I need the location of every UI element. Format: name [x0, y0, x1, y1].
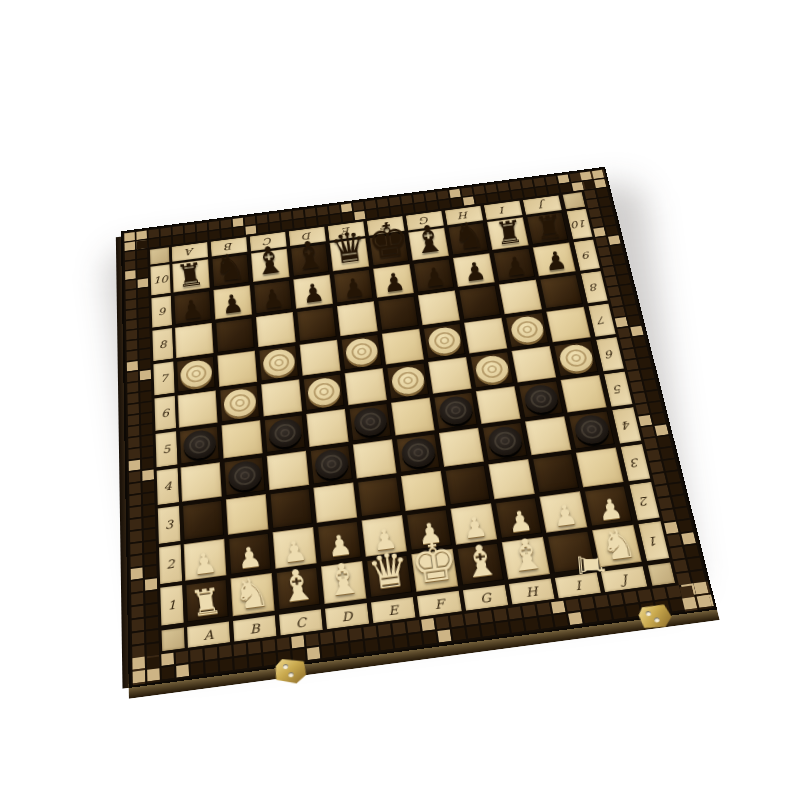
mosaic-frame-tile: [664, 522, 679, 534]
square-b6[interactable]: [219, 385, 259, 422]
mosaic-frame-tile: [521, 179, 533, 188]
square-g5[interactable]: [433, 392, 477, 430]
square-g3[interactable]: [445, 465, 491, 505]
mosaic-frame-tile: [138, 298, 149, 308]
mosaic-frame-tile: [143, 481, 155, 493]
black-king[interactable]: ♚: [365, 216, 411, 265]
mosaic-frame-tile: [131, 593, 143, 606]
mosaic-frame-tile: [652, 587, 667, 600]
white-bishop[interactable]: ♝: [321, 558, 364, 603]
mosaic-frame-tile: [660, 448, 674, 460]
mosaic-frame-tile: [452, 627, 466, 640]
white-knight[interactable]: ♞: [598, 523, 639, 566]
mosaic-frame-tile: [628, 315, 641, 325]
light-checker[interactable]: [262, 347, 295, 377]
square-c8[interactable]: [256, 312, 296, 347]
mosaic-frame-tile: [510, 620, 524, 633]
mosaic-frame-tile: [551, 601, 566, 614]
mosaic-frame-tile: [137, 240, 148, 249]
mosaic-frame-tile: [146, 617, 159, 630]
mosaic-frame-tile: [245, 216, 256, 225]
mosaic-frame-tile: [415, 203, 427, 212]
square-g9[interactable]: ♟: [413, 259, 454, 293]
square-i5[interactable]: [518, 381, 563, 419]
square-b10[interactable]: ♞: [212, 254, 250, 287]
square-e6[interactable]: [345, 368, 387, 405]
mosaic-frame-tile: [644, 438, 658, 450]
square-f6[interactable]: [386, 363, 429, 400]
rank-label-left-6: 6: [154, 396, 176, 431]
mosaic-frame-tile: [523, 188, 535, 197]
mosaic-frame-tile: [330, 214, 341, 223]
square-b8[interactable]: [215, 317, 254, 352]
square-d7[interactable]: [300, 340, 341, 376]
mosaic-frame-tile: [449, 189, 461, 198]
square-f4[interactable]: [396, 434, 440, 473]
square-a3[interactable]: [182, 500, 224, 541]
mosaic-frame-tile: [610, 245, 623, 255]
square-d9[interactable]: ♟: [293, 275, 333, 309]
rank-label-right-4: 4: [612, 407, 641, 443]
black-pawn[interactable]: ♟: [220, 291, 245, 317]
mosaic-frame-tile: [139, 328, 150, 338]
rank-label-right-3: 3: [621, 444, 651, 481]
square-j4[interactable]: [568, 411, 615, 450]
mosaic-frame-tile: [609, 593, 624, 606]
mosaic-frame-tile: [125, 280, 136, 290]
square-e3[interactable]: [357, 477, 401, 517]
white-pawn[interactable]: ♟: [551, 501, 579, 530]
mosaic-frame-tile: [547, 185, 559, 194]
mosaic-frame-tile: [221, 219, 232, 228]
mosaic-frame-tile: [317, 206, 328, 215]
mosaic-frame-tile: [598, 247, 611, 257]
square-j5[interactable]: [561, 375, 607, 413]
square-g4[interactable]: [439, 428, 484, 467]
square-c4[interactable]: [267, 451, 309, 490]
mosaic-frame-tile: [463, 196, 475, 205]
rank-label-left-3: 3: [158, 506, 181, 544]
light-checker[interactable]: [509, 314, 545, 344]
rank-label-left-2: 2: [159, 545, 182, 585]
mosaic-frame-tile: [378, 624, 392, 637]
square-h1[interactable]: ♝: [502, 537, 550, 580]
square-f7[interactable]: [382, 329, 424, 365]
mosaic-frame-tile: [363, 626, 377, 639]
mosaic-frame-tile: [545, 176, 557, 185]
square-f9[interactable]: ♟: [373, 264, 414, 298]
square-c9[interactable]: ♟: [253, 280, 292, 314]
dark-checker[interactable]: [400, 436, 437, 468]
file-label-bottom-a: A: [187, 621, 230, 647]
mosaic-frame-tile: [638, 589, 653, 602]
mosaic-frame-tile: [125, 270, 136, 280]
mosaic-frame-tile: [143, 493, 155, 505]
mosaic-frame-tile: [591, 218, 604, 228]
light-checker[interactable]: [390, 365, 426, 396]
square-f10[interactable]: ♚: [369, 233, 409, 266]
mosaic-frame-tile: [464, 612, 478, 625]
square-h4[interactable]: [482, 422, 528, 461]
mosaic-frame-tile: [145, 591, 157, 604]
mosaic-frame-tile: [130, 555, 142, 567]
rank-label-left-8: 8: [152, 328, 173, 361]
mosaic-frame-tile: [615, 265, 628, 275]
mosaic-frame-tile: [138, 278, 149, 288]
mosaic-frame-tile: [129, 471, 141, 482]
square-e1[interactable]: ♛: [366, 555, 412, 598]
white-pawn[interactable]: ♟: [190, 550, 218, 579]
mosaic-frame-tile: [197, 223, 208, 232]
mosaic-frame-tile: [130, 518, 142, 530]
mosaic-frame-tile: [353, 202, 364, 211]
square-h7[interactable]: [464, 318, 507, 354]
square-g8[interactable]: [418, 290, 460, 325]
square-g10[interactable]: ♝: [408, 228, 449, 261]
square-e8[interactable]: [337, 301, 378, 336]
rank-label-right-10: 10: [567, 209, 593, 239]
black-bishop[interactable]: ♝: [290, 236, 327, 275]
square-g7[interactable]: [423, 323, 466, 359]
mosaic-corner-tile: [693, 582, 708, 595]
mosaic-frame-tile: [139, 338, 150, 348]
mosaic-corner-tile: [132, 657, 145, 670]
black-rook[interactable]: ♜: [533, 211, 564, 244]
square-h10[interactable]: ♞: [448, 222, 489, 255]
square-j3[interactable]: [576, 447, 624, 487]
mosaic-frame-tile: [644, 380, 658, 391]
square-j8[interactable]: [539, 274, 583, 309]
black-pawn[interactable]: ♟: [300, 281, 325, 307]
square-a5[interactable]: [179, 426, 220, 464]
mosaic-corner-tile: [580, 171, 592, 180]
mosaic-frame-tile: [205, 647, 218, 660]
white-queen[interactable]: ♛: [365, 547, 412, 597]
square-i9[interactable]: ♟: [493, 248, 535, 282]
mosaic-frame-tile: [140, 370, 151, 381]
mosaic-frame-tile: [137, 269, 148, 279]
square-b9[interactable]: ♟: [213, 285, 252, 319]
square-c3[interactable]: [270, 488, 313, 529]
mosaic-frame-tile: [673, 560, 688, 573]
mosaic-frame-tile: [401, 195, 413, 204]
white-rook[interactable]: ♜: [188, 583, 224, 620]
file-label-bottom-g: G: [463, 585, 508, 611]
mosaic-frame-tile: [672, 495, 687, 507]
square-j10[interactable]: ♜: [526, 212, 568, 245]
square-j1[interactable]: ♞: [592, 525, 642, 568]
mosaic-frame-tile: [596, 188, 608, 197]
square-h3[interactable]: [488, 459, 534, 499]
square-i7[interactable]: [505, 312, 549, 348]
mosaic-frame-tile: [535, 187, 547, 196]
mosaic-frame-tile: [125, 251, 136, 261]
mosaic-frame-tile: [173, 235, 184, 244]
file-label-bottom-b: B: [233, 615, 276, 641]
square-f5[interactable]: [391, 398, 435, 436]
mosaic-frame-tile: [586, 199, 598, 208]
mosaic-frame-tile: [603, 216, 616, 226]
mosaic-frame-tile: [466, 626, 480, 639]
square-h9[interactable]: ♟: [453, 253, 495, 287]
mosaic-frame-tile: [162, 666, 175, 679]
mosaic-frame-tile: [321, 645, 335, 658]
black-bishop[interactable]: ♝: [250, 241, 287, 280]
file-label-bottom-d: D: [325, 603, 369, 629]
square-g1[interactable]: ♝: [457, 543, 505, 586]
square-c10[interactable]: ♝: [251, 249, 290, 282]
square-a7[interactable]: [176, 356, 215, 392]
mosaic-frame-tile: [423, 631, 437, 644]
mosaic-frame-tile: [509, 181, 521, 190]
black-pawn[interactable]: ♟: [503, 254, 528, 280]
mosaic-frame-tile: [128, 404, 139, 415]
square-b1[interactable]: ♞: [231, 573, 275, 616]
square-f8[interactable]: [377, 296, 418, 331]
mosaic-frame-tile: [625, 360, 639, 371]
black-pawn[interactable]: ♟: [381, 270, 406, 296]
mosaic-frame-tile: [479, 610, 493, 623]
mosaic-frame-tile: [221, 229, 232, 238]
mosaic-frame-tile: [583, 610, 598, 623]
mosaic-frame-tile: [263, 653, 276, 666]
mosaic-frame-tile: [126, 310, 137, 320]
mosaic-frame-tile: [139, 318, 150, 328]
mosaic-frame-tile: [320, 632, 334, 645]
mosaic-frame-tile: [451, 198, 463, 207]
mosaic-frame-tile: [270, 222, 281, 231]
square-g6[interactable]: [428, 357, 471, 394]
square-i10[interactable]: ♜: [487, 217, 529, 250]
mosaic-frame-tile: [636, 404, 650, 415]
square-a4[interactable]: [181, 462, 222, 502]
light-checker[interactable]: [180, 358, 213, 388]
mosaic-frame-tile: [408, 633, 422, 646]
square-d5[interactable]: [306, 409, 348, 447]
light-checker[interactable]: [426, 325, 461, 355]
mosaic-frame-tile: [657, 436, 671, 448]
square-h8[interactable]: [458, 285, 501, 320]
square-b5[interactable]: [221, 420, 262, 458]
square-a10[interactable]: ♜: [172, 259, 209, 292]
dark-checker[interactable]: [437, 394, 474, 425]
mosaic-frame-tile: [149, 238, 160, 247]
mosaic-frame-tile: [138, 308, 149, 318]
mosaic-corner-tile: [682, 597, 697, 610]
mosaic-frame-tile: [142, 469, 154, 480]
rank-label-left-9: 9: [151, 296, 172, 328]
label-band-corner: [648, 563, 675, 586]
mosaic-frame-tile: [306, 217, 317, 226]
mosaic-frame-tile: [617, 328, 630, 339]
mosaic-corner-tile: [697, 595, 712, 608]
mosaic-frame-tile: [655, 424, 669, 435]
square-c7[interactable]: [258, 345, 298, 381]
black-rook[interactable]: ♜: [174, 258, 205, 291]
black-knight[interactable]: ♞: [211, 249, 247, 287]
dark-checker[interactable]: [227, 459, 262, 492]
square-a6[interactable]: [178, 390, 218, 427]
mosaic-corner-tile: [136, 231, 147, 240]
mosaic-frame-tile: [493, 608, 507, 621]
light-checker[interactable]: [473, 354, 509, 384]
square-e9[interactable]: ♟: [333, 269, 373, 303]
mosaic-frame-tile: [293, 210, 304, 219]
square-b7[interactable]: [217, 351, 257, 387]
mosaic-frame-tile: [140, 380, 151, 391]
mosaic-frame-tile: [437, 629, 451, 642]
mosaic-corner-tile: [124, 232, 135, 241]
mosaic-frame-tile: [294, 219, 305, 228]
mosaic-frame-tile: [652, 413, 666, 424]
square-i3[interactable]: [532, 453, 579, 493]
square-e10[interactable]: ♛: [330, 238, 370, 271]
square-i6[interactable]: [512, 346, 557, 383]
mosaic-frame-tile: [670, 547, 685, 560]
file-label-bottom-h: H: [509, 579, 555, 605]
mosaic-frame-tile: [687, 558, 702, 571]
square-i1[interactable]: ♜: [547, 531, 596, 574]
square-d8[interactable]: [296, 307, 336, 342]
mosaic-frame-tile: [652, 473, 666, 485]
white-king[interactable]: ♚: [407, 535, 460, 591]
mosaic-frame-tile: [594, 595, 609, 608]
mosaic-frame-tile: [667, 534, 682, 546]
black-rook[interactable]: ♜: [493, 216, 524, 249]
mosaic-frame-tile: [481, 624, 495, 637]
black-pawn[interactable]: ♟: [179, 297, 204, 323]
black-pawn[interactable]: ♟: [341, 275, 366, 301]
mosaic-frame-tile: [262, 639, 275, 652]
mosaic-frame-tile: [139, 349, 150, 359]
dark-checker[interactable]: [182, 428, 216, 460]
light-checker[interactable]: [306, 376, 341, 407]
square-f3[interactable]: [401, 471, 446, 511]
square-a1[interactable]: ♜: [185, 579, 228, 622]
white-bishop[interactable]: ♝: [505, 533, 548, 578]
mosaic-frame-tile: [219, 645, 232, 658]
square-f1[interactable]: ♚: [411, 549, 458, 592]
square-a2[interactable]: ♟: [184, 539, 227, 581]
black-pawn[interactable]: ♟: [462, 259, 487, 285]
light-checker[interactable]: [557, 343, 594, 373]
mosaic-frame-tile: [593, 227, 606, 237]
square-i8[interactable]: [499, 280, 542, 315]
white-knight[interactable]: ♞: [231, 572, 272, 615]
black-pawn[interactable]: ♟: [422, 264, 447, 290]
square-a9[interactable]: ♟: [174, 291, 212, 325]
mosaic-frame-tile: [173, 226, 184, 235]
mosaic-frame-tile: [461, 187, 473, 196]
black-pawn[interactable]: ♟: [543, 248, 568, 274]
mosaic-frame-tile: [128, 426, 139, 437]
mosaic-frame-tile: [607, 286, 620, 296]
mosaic-frame-tile: [608, 235, 621, 245]
dark-checker[interactable]: [313, 448, 349, 481]
square-d3[interactable]: [313, 482, 357, 523]
square-j7[interactable]: [546, 307, 590, 343]
mosaic-frame-tile: [661, 509, 676, 521]
mosaic-frame-tile: [407, 620, 421, 633]
mosaic-frame-tile: [623, 295, 636, 305]
square-d6[interactable]: [303, 374, 345, 411]
square-h6[interactable]: [470, 351, 514, 388]
square-b4[interactable]: [224, 457, 266, 496]
square-c6[interactable]: [261, 379, 302, 416]
mosaic-frame-tile: [499, 192, 511, 201]
mosaic-frame-tile: [125, 261, 136, 271]
mosaic-frame-tile: [305, 208, 316, 217]
black-pawn[interactable]: ♟: [260, 286, 285, 312]
black-knight[interactable]: ♞: [451, 217, 486, 255]
mosaic-corner-tile: [594, 179, 606, 188]
mosaic-frame-tile: [161, 237, 172, 246]
square-j6[interactable]: [553, 340, 598, 377]
square-d4[interactable]: [310, 445, 353, 484]
white-bishop[interactable]: ♝: [275, 564, 318, 609]
mosaic-frame-tile: [427, 201, 439, 210]
dark-checker[interactable]: [267, 417, 302, 449]
mosaic-frame-tile: [669, 483, 683, 495]
dark-checker[interactable]: [486, 425, 524, 457]
mosaic-frame-tile: [623, 591, 638, 604]
square-h5[interactable]: [476, 386, 521, 424]
dark-checker[interactable]: [572, 413, 611, 445]
black-queen[interactable]: ♛: [328, 227, 369, 270]
mosaic-frame-tile: [349, 628, 363, 641]
mosaic-frame-tile: [125, 290, 136, 300]
mosaic-frame-tile: [439, 200, 451, 209]
square-d10[interactable]: ♝: [290, 243, 329, 276]
mosaic-frame-tile: [144, 541, 156, 553]
rank-label-left-4: 4: [157, 468, 179, 505]
file-label-bottom-c: C: [279, 609, 323, 635]
square-c1[interactable]: ♝: [276, 567, 321, 610]
mosaic-frame-tile: [413, 194, 425, 203]
mosaic-frame-tile: [292, 649, 305, 662]
mosaic-frame-tile: [190, 649, 203, 662]
black-bishop[interactable]: ♝: [410, 220, 447, 259]
square-e7[interactable]: [341, 334, 383, 370]
mosaic-frame-tile: [131, 568, 143, 580]
mosaic-frame-tile: [599, 197, 611, 206]
mosaic-frame-tile: [533, 178, 545, 187]
mosaic-frame-tile: [126, 330, 137, 340]
square-j9[interactable]: ♟: [533, 243, 576, 277]
square-e5[interactable]: [349, 403, 392, 441]
mosaic-frame-tile: [147, 643, 160, 656]
square-d1[interactable]: ♝: [321, 561, 366, 604]
mosaic-frame-tile: [126, 340, 137, 350]
mosaic-frame-tile: [597, 608, 612, 621]
square-b3[interactable]: [226, 494, 269, 535]
square-i2[interactable]: ♟: [539, 491, 587, 532]
dark-checker[interactable]: [522, 383, 560, 414]
square-e4[interactable]: [353, 439, 397, 478]
dark-checker[interactable]: [352, 406, 388, 438]
square-a8[interactable]: [175, 323, 214, 358]
mosaic-frame-tile: [233, 643, 246, 656]
light-checker[interactable]: [344, 336, 378, 366]
square-c5[interactable]: [264, 414, 306, 452]
white-bishop[interactable]: ♝: [459, 539, 502, 584]
mosaic-frame-tile: [641, 426, 655, 437]
mosaic-frame-tile: [269, 213, 280, 222]
mosaic-frame-tile: [475, 195, 487, 204]
square-i4[interactable]: [525, 416, 571, 455]
play-area: ♜♞♝♝♛♚♝♞♜♜♟♟♟♟♟♟♟♟♟♟♟♟♟♟♟♟♟♟♟♟♜♞♝♝♛♚♝♝♜♞: [172, 212, 641, 622]
light-checker[interactable]: [223, 387, 257, 418]
